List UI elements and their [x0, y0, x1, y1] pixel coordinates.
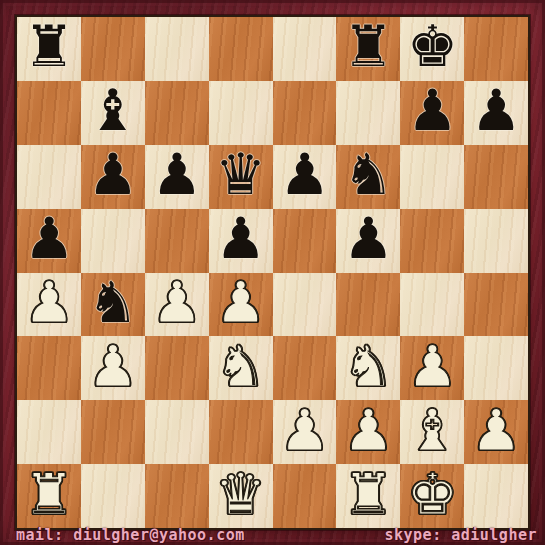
white-bishop-g2: ♝ [407, 402, 458, 459]
square-d8[interactable] [209, 17, 273, 81]
square-d7[interactable] [209, 81, 273, 145]
board-frame: ♜♜♚♝♟♟♟♟♛♟♞♟♟♟♟♞♟♟♟♞♞♟♟♟♝♟♜♛♜♚ mail: diu… [0, 0, 545, 545]
white-pawn-e2: ♟ [279, 402, 330, 459]
white-pawn-c4: ♟ [151, 274, 202, 331]
square-a7[interactable] [17, 81, 81, 145]
square-c8[interactable] [145, 17, 209, 81]
square-d3[interactable]: ♞ [209, 336, 273, 400]
square-e6[interactable]: ♟ [273, 145, 337, 209]
square-d2[interactable] [209, 400, 273, 464]
square-g6[interactable] [400, 145, 464, 209]
white-pawn-g3: ♟ [407, 338, 458, 395]
square-h1[interactable] [464, 464, 528, 528]
square-e1[interactable] [273, 464, 337, 528]
black-pawn-a5: ♟ [23, 210, 74, 267]
square-b1[interactable] [81, 464, 145, 528]
square-f6[interactable]: ♞ [336, 145, 400, 209]
white-queen-d1: ♛ [215, 466, 266, 523]
square-c1[interactable] [145, 464, 209, 528]
black-pawn-d5: ♟ [215, 210, 266, 267]
square-b6[interactable]: ♟ [81, 145, 145, 209]
white-knight-f3: ♞ [343, 338, 394, 395]
black-pawn-b6: ♟ [87, 146, 138, 203]
square-c2[interactable] [145, 400, 209, 464]
white-rook-a1: ♜ [23, 466, 74, 523]
square-d1[interactable]: ♛ [209, 464, 273, 528]
square-d6[interactable]: ♛ [209, 145, 273, 209]
square-e3[interactable] [273, 336, 337, 400]
black-pawn-e6: ♟ [279, 146, 330, 203]
square-a3[interactable] [17, 336, 81, 400]
square-c3[interactable] [145, 336, 209, 400]
square-d4[interactable]: ♟ [209, 273, 273, 337]
footer-contact-bar: mail: diulgher@yahoo.com skype: adiulghe… [0, 526, 545, 545]
white-pawn-f2: ♟ [343, 402, 394, 459]
chess-board: ♜♜♚♝♟♟♟♟♛♟♞♟♟♟♟♞♟♟♟♞♞♟♟♟♝♟♜♛♜♚ [15, 15, 530, 530]
square-h8[interactable] [464, 17, 528, 81]
square-f1[interactable]: ♜ [336, 464, 400, 528]
black-pawn-f5: ♟ [343, 210, 394, 267]
square-f5[interactable]: ♟ [336, 209, 400, 273]
white-pawn-d4: ♟ [215, 274, 266, 331]
square-b7[interactable]: ♝ [81, 81, 145, 145]
square-e2[interactable]: ♟ [273, 400, 337, 464]
square-a1[interactable]: ♜ [17, 464, 81, 528]
square-c7[interactable] [145, 81, 209, 145]
square-h4[interactable] [464, 273, 528, 337]
square-a2[interactable] [17, 400, 81, 464]
square-h5[interactable] [464, 209, 528, 273]
square-a6[interactable] [17, 145, 81, 209]
square-d5[interactable]: ♟ [209, 209, 273, 273]
square-g4[interactable] [400, 273, 464, 337]
square-f7[interactable] [336, 81, 400, 145]
black-bishop-b7: ♝ [87, 82, 138, 139]
black-pawn-h7: ♟ [471, 82, 522, 139]
square-h6[interactable] [464, 145, 528, 209]
square-a4[interactable]: ♟ [17, 273, 81, 337]
white-pawn-b3: ♟ [87, 338, 138, 395]
square-e4[interactable] [273, 273, 337, 337]
square-g5[interactable] [400, 209, 464, 273]
square-h2[interactable]: ♟ [464, 400, 528, 464]
square-e7[interactable] [273, 81, 337, 145]
black-rook-a8: ♜ [23, 18, 74, 75]
square-g2[interactable]: ♝ [400, 400, 464, 464]
square-a5[interactable]: ♟ [17, 209, 81, 273]
white-knight-d3: ♞ [215, 338, 266, 395]
square-g1[interactable]: ♚ [400, 464, 464, 528]
black-knight-f6: ♞ [343, 146, 394, 203]
square-g3[interactable]: ♟ [400, 336, 464, 400]
black-knight-b4: ♞ [87, 274, 138, 331]
footer-mail-text: mail: diulgher@yahoo.com [16, 526, 245, 544]
square-c4[interactable]: ♟ [145, 273, 209, 337]
square-h7[interactable]: ♟ [464, 81, 528, 145]
white-pawn-a4: ♟ [23, 274, 74, 331]
square-a8[interactable]: ♜ [17, 17, 81, 81]
square-e5[interactable] [273, 209, 337, 273]
square-c5[interactable] [145, 209, 209, 273]
black-king-g8: ♚ [407, 18, 458, 75]
square-f2[interactable]: ♟ [336, 400, 400, 464]
white-pawn-h2: ♟ [471, 402, 522, 459]
square-e8[interactable] [273, 17, 337, 81]
black-rook-f8: ♜ [343, 18, 394, 75]
footer-skype-text: skype: adiulgher [385, 526, 538, 544]
black-pawn-g7: ♟ [407, 82, 458, 139]
square-b5[interactable] [81, 209, 145, 273]
square-b3[interactable]: ♟ [81, 336, 145, 400]
square-f3[interactable]: ♞ [336, 336, 400, 400]
square-h3[interactable] [464, 336, 528, 400]
black-pawn-c6: ♟ [151, 146, 202, 203]
square-b8[interactable] [81, 17, 145, 81]
square-c6[interactable]: ♟ [145, 145, 209, 209]
black-queen-d6: ♛ [215, 146, 266, 203]
white-king-g1: ♚ [407, 466, 458, 523]
square-f4[interactable] [336, 273, 400, 337]
square-g8[interactable]: ♚ [400, 17, 464, 81]
square-b2[interactable] [81, 400, 145, 464]
square-g7[interactable]: ♟ [400, 81, 464, 145]
square-f8[interactable]: ♜ [336, 17, 400, 81]
white-rook-f1: ♜ [343, 466, 394, 523]
square-b4[interactable]: ♞ [81, 273, 145, 337]
